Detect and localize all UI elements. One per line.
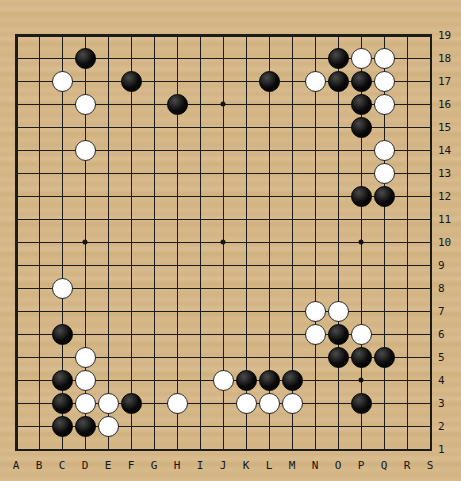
white-stone-E3[interactable] bbox=[98, 393, 119, 414]
white-stone-Q16[interactable] bbox=[374, 94, 395, 115]
black-stone-F17[interactable] bbox=[121, 71, 142, 92]
black-stone-P3[interactable] bbox=[351, 393, 372, 414]
white-stone-C8[interactable] bbox=[52, 278, 73, 299]
black-stone-P17[interactable] bbox=[351, 71, 372, 92]
black-stone-Q5[interactable] bbox=[374, 347, 395, 368]
white-stone-H3[interactable] bbox=[167, 393, 188, 414]
white-stone-Q18[interactable] bbox=[374, 48, 395, 69]
black-stone-O5[interactable] bbox=[328, 347, 349, 368]
white-stone-P6[interactable] bbox=[351, 324, 372, 345]
col-label-M: M bbox=[281, 459, 304, 472]
col-label-O: O bbox=[327, 459, 350, 472]
column-labels: ABCDEFGHIJKLMNOPQRS bbox=[5, 459, 442, 472]
black-stone-P5[interactable] bbox=[351, 347, 372, 368]
white-stone-Q13[interactable] bbox=[374, 163, 395, 184]
white-stone-P18[interactable] bbox=[351, 48, 372, 69]
black-stone-K4[interactable] bbox=[236, 370, 257, 391]
black-stone-O18[interactable] bbox=[328, 48, 349, 69]
black-stone-M4[interactable] bbox=[282, 370, 303, 391]
col-label-I: I bbox=[189, 459, 212, 472]
col-label-N: N bbox=[304, 459, 327, 472]
black-stone-P16[interactable] bbox=[351, 94, 372, 115]
col-label-E: E bbox=[97, 459, 120, 472]
white-stone-M3[interactable] bbox=[282, 393, 303, 414]
white-stone-Q14[interactable] bbox=[374, 140, 395, 161]
white-stone-D14[interactable] bbox=[75, 140, 96, 161]
black-stone-C6[interactable] bbox=[52, 324, 73, 345]
col-label-P: P bbox=[350, 459, 373, 472]
go-board bbox=[5, 24, 442, 461]
black-stone-C3[interactable] bbox=[52, 393, 73, 414]
white-stone-O7[interactable] bbox=[328, 301, 349, 322]
white-stone-Q17[interactable] bbox=[374, 71, 395, 92]
black-stone-C2[interactable] bbox=[52, 416, 73, 437]
white-stone-D3[interactable] bbox=[75, 393, 96, 414]
black-stone-O6[interactable] bbox=[328, 324, 349, 345]
col-label-C: C bbox=[51, 459, 74, 472]
black-stone-F3[interactable] bbox=[121, 393, 142, 414]
col-label-H: H bbox=[166, 459, 189, 472]
black-stone-L17[interactable] bbox=[259, 71, 280, 92]
col-label-L: L bbox=[258, 459, 281, 472]
col-label-R: R bbox=[396, 459, 419, 472]
black-stone-C4[interactable] bbox=[52, 370, 73, 391]
white-stone-C17[interactable] bbox=[52, 71, 73, 92]
white-stone-D4[interactable] bbox=[75, 370, 96, 391]
white-stone-N7[interactable] bbox=[305, 301, 326, 322]
col-label-S: S bbox=[419, 459, 442, 472]
black-stone-H16[interactable] bbox=[167, 94, 188, 115]
col-label-D: D bbox=[74, 459, 97, 472]
col-label-K: K bbox=[235, 459, 258, 472]
black-stone-L4[interactable] bbox=[259, 370, 280, 391]
col-label-Q: Q bbox=[373, 459, 396, 472]
white-stone-K3[interactable] bbox=[236, 393, 257, 414]
col-label-J: J bbox=[212, 459, 235, 472]
white-stone-N17[interactable] bbox=[305, 71, 326, 92]
white-stone-L3[interactable] bbox=[259, 393, 280, 414]
white-stone-D5[interactable] bbox=[75, 347, 96, 368]
white-stone-N6[interactable] bbox=[305, 324, 326, 345]
black-stone-P12[interactable] bbox=[351, 186, 372, 207]
black-stone-O17[interactable] bbox=[328, 71, 349, 92]
black-stone-Q12[interactable] bbox=[374, 186, 395, 207]
col-label-F: F bbox=[120, 459, 143, 472]
col-label-B: B bbox=[28, 459, 51, 472]
black-stone-D2[interactable] bbox=[75, 416, 96, 437]
white-stone-D16[interactable] bbox=[75, 94, 96, 115]
white-stone-E2[interactable] bbox=[98, 416, 119, 437]
black-stone-D18[interactable] bbox=[75, 48, 96, 69]
black-stone-P15[interactable] bbox=[351, 117, 372, 138]
col-label-A: A bbox=[5, 459, 28, 472]
go-board-page: ABCDEFGHIJKLMNOPQRS 19181716151413121110… bbox=[0, 0, 461, 481]
col-label-G: G bbox=[143, 459, 166, 472]
white-stone-J4[interactable] bbox=[213, 370, 234, 391]
